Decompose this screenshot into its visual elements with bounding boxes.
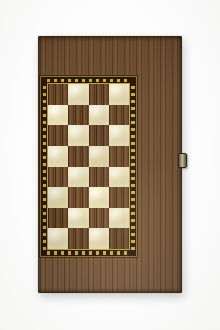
board-cell (109, 146, 129, 167)
board-cell (68, 187, 88, 208)
board-cell (68, 146, 88, 167)
case-edge-bottom (38, 288, 182, 293)
board-cell (89, 125, 109, 146)
board-cell (48, 146, 68, 167)
inlay-border-top (47, 79, 130, 83)
board-cell (109, 167, 129, 188)
board-cell (68, 228, 88, 249)
board-cell (89, 228, 109, 249)
board-cell (68, 208, 88, 229)
board-cell (109, 208, 129, 229)
chessboard-half (40, 76, 137, 257)
board-cell (68, 84, 88, 105)
board-cell (48, 208, 68, 229)
case-clasp (178, 153, 187, 168)
board-cell (48, 187, 68, 208)
board-cell (109, 125, 129, 146)
board-cell (48, 125, 68, 146)
inlay-border-right (131, 83, 135, 250)
board-cell (109, 105, 129, 126)
board-cell (48, 228, 68, 249)
board-cell (89, 146, 109, 167)
board-cell (89, 105, 109, 126)
board-cell (89, 187, 109, 208)
backgammon-case (38, 36, 182, 293)
board-cell (89, 167, 109, 188)
inlay-border-bottom (47, 251, 130, 255)
board-gold-frame (47, 83, 130, 250)
board-cell (68, 105, 88, 126)
case-edge-top (38, 36, 182, 42)
board-cell (68, 167, 88, 188)
board-cell (48, 167, 68, 188)
board-cell (109, 228, 129, 249)
board-cell (109, 187, 129, 208)
inlay-border-left (43, 83, 47, 250)
photo-background (0, 0, 220, 330)
board-cell (109, 84, 129, 105)
board-cell (89, 84, 109, 105)
board-cell (68, 125, 88, 146)
chessboard-grid (48, 84, 129, 249)
board-cell (48, 105, 68, 126)
board-cell (89, 208, 109, 229)
board-cell (48, 84, 68, 105)
